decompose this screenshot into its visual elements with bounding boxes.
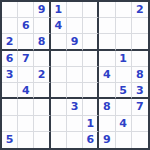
cell-r5c6[interactable] (83, 67, 99, 83)
cell-r8c9[interactable] (132, 116, 148, 132)
cell-r3c1[interactable]: 2 (2, 34, 18, 50)
cell-r3c4[interactable] (51, 34, 67, 50)
given-digit: 8 (38, 36, 46, 47)
cell-r4c6[interactable] (83, 51, 99, 67)
cell-r1c1[interactable] (2, 2, 18, 18)
cell-r2c6[interactable] (83, 18, 99, 34)
given-digit: 2 (136, 4, 144, 15)
cell-r2c8[interactable] (116, 18, 132, 34)
cell-r1c9[interactable]: 2 (132, 2, 148, 18)
given-digit: 3 (6, 69, 14, 80)
cell-r6c6[interactable] (83, 83, 99, 99)
cell-r2c1[interactable] (2, 18, 18, 34)
given-digit: 7 (136, 101, 144, 112)
cell-r9c1[interactable]: 5 (2, 132, 18, 148)
cell-r4c4[interactable] (51, 51, 67, 67)
given-digit: 5 (6, 134, 14, 145)
cell-r2c9[interactable] (132, 18, 148, 34)
sudoku-board: 91264289671324845338714569 (0, 0, 150, 150)
given-digit: 6 (86, 134, 94, 145)
given-digit: 8 (103, 101, 111, 112)
cell-r1c4[interactable]: 1 (51, 2, 67, 18)
cell-r5c2[interactable] (18, 67, 34, 83)
cell-r1c5[interactable] (67, 2, 83, 18)
cell-r6c4[interactable] (51, 83, 67, 99)
cell-r2c2[interactable]: 6 (18, 18, 34, 34)
cell-r1c3[interactable]: 9 (34, 2, 50, 18)
given-digit: 9 (38, 4, 46, 15)
cell-r8c6[interactable]: 1 (83, 116, 99, 132)
given-digit: 4 (119, 118, 127, 129)
cell-r4c3[interactable] (34, 51, 50, 67)
cell-r6c2[interactable]: 4 (18, 83, 34, 99)
cell-r3c7[interactable] (99, 34, 115, 50)
cell-r4c1[interactable]: 6 (2, 51, 18, 67)
given-digit: 3 (136, 85, 144, 96)
cell-r3c9[interactable] (132, 34, 148, 50)
cell-r7c7[interactable]: 8 (99, 99, 115, 115)
cell-r8c3[interactable] (34, 116, 50, 132)
cell-r5c4[interactable] (51, 67, 67, 83)
cell-r7c8[interactable] (116, 99, 132, 115)
cell-r3c6[interactable] (83, 34, 99, 50)
cell-r8c2[interactable] (18, 116, 34, 132)
given-digit: 6 (22, 20, 30, 31)
given-digit: 6 (6, 53, 14, 64)
cell-r7c1[interactable] (2, 99, 18, 115)
cell-r2c3[interactable] (34, 18, 50, 34)
cell-r9c2[interactable] (18, 132, 34, 148)
cell-r4c9[interactable] (132, 51, 148, 67)
cell-r9c9[interactable] (132, 132, 148, 148)
cell-r5c3[interactable]: 2 (34, 67, 50, 83)
cell-r6c1[interactable] (2, 83, 18, 99)
given-digit: 1 (86, 118, 94, 129)
cell-r7c3[interactable] (34, 99, 50, 115)
cell-r7c9[interactable]: 7 (132, 99, 148, 115)
cell-r3c5[interactable]: 9 (67, 34, 83, 50)
given-digit: 1 (54, 4, 62, 15)
cell-r1c7[interactable] (99, 2, 115, 18)
cell-r7c2[interactable] (18, 99, 34, 115)
cell-r9c6[interactable]: 6 (83, 132, 99, 148)
cell-r7c6[interactable] (83, 99, 99, 115)
cell-r8c5[interactable] (67, 116, 83, 132)
cell-r6c9[interactable]: 3 (132, 83, 148, 99)
cell-r8c1[interactable] (2, 116, 18, 132)
cell-r6c8[interactable]: 5 (116, 83, 132, 99)
cell-r5c9[interactable]: 8 (132, 67, 148, 83)
cell-r9c8[interactable] (116, 132, 132, 148)
cell-r6c7[interactable] (99, 83, 115, 99)
cell-r8c8[interactable]: 4 (116, 116, 132, 132)
cell-r9c3[interactable] (34, 132, 50, 148)
cell-r2c7[interactable] (99, 18, 115, 34)
cell-r3c8[interactable] (116, 34, 132, 50)
given-digit: 8 (136, 69, 144, 80)
cell-r9c4[interactable] (51, 132, 67, 148)
cell-r1c8[interactable] (116, 2, 132, 18)
cell-r9c7[interactable]: 9 (99, 132, 115, 148)
cell-r5c5[interactable] (67, 67, 83, 83)
cell-r5c1[interactable]: 3 (2, 67, 18, 83)
cell-r4c7[interactable] (99, 51, 115, 67)
cell-r6c5[interactable] (67, 83, 83, 99)
cell-r2c4[interactable]: 4 (51, 18, 67, 34)
cell-r7c5[interactable]: 3 (67, 99, 83, 115)
given-digit: 9 (71, 36, 79, 47)
cell-r4c2[interactable]: 7 (18, 51, 34, 67)
given-digit: 1 (119, 53, 127, 64)
given-digit: 9 (103, 134, 111, 145)
cell-r7c4[interactable] (51, 99, 67, 115)
cell-r3c3[interactable]: 8 (34, 34, 50, 50)
cell-r8c4[interactable] (51, 116, 67, 132)
cell-r1c2[interactable] (18, 2, 34, 18)
given-digit: 2 (38, 69, 46, 80)
cell-r1c6[interactable] (83, 2, 99, 18)
cell-r5c8[interactable] (116, 67, 132, 83)
given-digit: 7 (22, 53, 30, 64)
cell-r8c7[interactable] (99, 116, 115, 132)
cell-r3c2[interactable] (18, 34, 34, 50)
given-digit: 4 (54, 20, 62, 31)
given-digit: 4 (103, 69, 111, 80)
given-digit: 5 (119, 85, 127, 96)
cell-r2c5[interactable] (67, 18, 83, 34)
given-digit: 2 (6, 36, 14, 47)
cell-r4c5[interactable] (67, 51, 83, 67)
given-digit: 4 (22, 85, 30, 96)
cell-r6c3[interactable] (34, 83, 50, 99)
given-digit: 3 (71, 101, 79, 112)
cell-r4c8[interactable]: 1 (116, 51, 132, 67)
cell-r9c5[interactable] (67, 132, 83, 148)
cell-r5c7[interactable]: 4 (99, 67, 115, 83)
